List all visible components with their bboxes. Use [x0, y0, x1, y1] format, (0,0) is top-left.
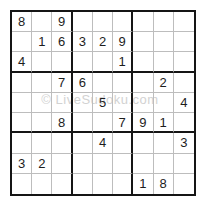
given-digit: 5	[99, 96, 106, 109]
cell-r3c4[interactable]	[73, 52, 93, 72]
given-digit: 8	[160, 177, 167, 190]
cell-r4c7[interactable]	[133, 73, 153, 93]
cell-r2c3[interactable]: 6	[52, 32, 72, 52]
given-digit: 9	[119, 35, 126, 48]
cell-r1c4[interactable]	[73, 12, 93, 32]
cell-r2c5[interactable]: 2	[93, 32, 113, 52]
cell-r1c6[interactable]	[113, 12, 133, 32]
given-digit: 2	[160, 76, 167, 89]
cell-r8c7[interactable]	[133, 154, 153, 174]
cell-r3c2[interactable]	[32, 52, 52, 72]
given-digit: 1	[160, 116, 167, 129]
given-digit: 8	[58, 116, 65, 129]
sudoku-board: 891632941762548791433218	[10, 10, 196, 196]
cell-r1c9[interactable]	[174, 12, 194, 32]
cell-r7c7[interactable]	[133, 133, 153, 153]
cell-r9c6[interactable]	[113, 174, 133, 194]
cell-r7c2[interactable]	[32, 133, 52, 153]
given-digit: 2	[99, 35, 106, 48]
given-digit: 4	[180, 96, 187, 109]
cell-r8c3[interactable]	[52, 154, 72, 174]
cell-r3c5[interactable]	[93, 52, 113, 72]
given-digit: 2	[38, 157, 45, 170]
cell-r9c2[interactable]	[32, 174, 52, 194]
given-digit: 1	[139, 177, 146, 190]
cell-r6c2[interactable]	[32, 113, 52, 133]
cell-r4c8[interactable]: 2	[154, 73, 174, 93]
cell-r2c7[interactable]	[133, 32, 153, 52]
cell-r4c2[interactable]	[32, 73, 52, 93]
cell-r9c5[interactable]	[93, 174, 113, 194]
cell-r1c5[interactable]	[93, 12, 113, 32]
cell-r5c8[interactable]	[154, 93, 174, 113]
cell-r3c3[interactable]	[52, 52, 72, 72]
cell-r7c3[interactable]	[52, 133, 72, 153]
cell-r6c3[interactable]: 8	[52, 113, 72, 133]
cell-r9c1[interactable]	[12, 174, 32, 194]
cell-r9c4[interactable]	[73, 174, 93, 194]
given-digit: 9	[58, 15, 65, 28]
given-digit: 7	[58, 76, 65, 89]
cell-r1c3[interactable]: 9	[52, 12, 72, 32]
cell-r2c2[interactable]: 1	[32, 32, 52, 52]
cell-r3c6[interactable]: 1	[113, 52, 133, 72]
cell-r8c2[interactable]: 2	[32, 154, 52, 174]
cell-r5c3[interactable]	[52, 93, 72, 113]
cell-r1c7[interactable]	[133, 12, 153, 32]
cell-r5c7[interactable]	[133, 93, 153, 113]
cell-r4c6[interactable]	[113, 73, 133, 93]
given-digit: 6	[79, 76, 86, 89]
cell-r8c9[interactable]	[174, 154, 194, 174]
cell-r4c5[interactable]	[93, 73, 113, 93]
cell-r5c1[interactable]	[12, 93, 32, 113]
cell-r6c6[interactable]: 7	[113, 113, 133, 133]
sudoku-puzzle: © LiveSudoku.com 89163294176254879143321…	[0, 0, 200, 200]
given-digit: 3	[18, 157, 25, 170]
given-digit: 4	[99, 136, 106, 149]
cell-r7c4[interactable]	[73, 133, 93, 153]
cell-r5c6[interactable]	[113, 93, 133, 113]
given-digit: 6	[58, 35, 65, 48]
cell-r9c3[interactable]	[52, 174, 72, 194]
cell-r5c4[interactable]	[73, 93, 93, 113]
cell-r6c9[interactable]	[174, 113, 194, 133]
given-digit: 9	[139, 116, 146, 129]
cell-r5c9[interactable]: 4	[174, 93, 194, 113]
cell-r7c9[interactable]: 3	[174, 133, 194, 153]
cell-r2c8[interactable]	[154, 32, 174, 52]
cell-r1c8[interactable]	[154, 12, 174, 32]
cell-r8c5[interactable]	[93, 154, 113, 174]
cell-r4c4[interactable]: 6	[73, 73, 93, 93]
cell-r4c3[interactable]: 7	[52, 73, 72, 93]
cell-r2c9[interactable]	[174, 32, 194, 52]
cell-r7c1[interactable]	[12, 133, 32, 153]
cell-r7c5[interactable]: 4	[93, 133, 113, 153]
given-digit: 1	[38, 35, 45, 48]
cell-r6c1[interactable]	[12, 113, 32, 133]
given-digit: 1	[119, 55, 126, 68]
cell-r9c8[interactable]: 8	[154, 174, 174, 194]
cell-r2c6[interactable]: 9	[113, 32, 133, 52]
cell-r6c4[interactable]	[73, 113, 93, 133]
cell-r6c8[interactable]: 1	[154, 113, 174, 133]
cell-r1c2[interactable]	[32, 12, 52, 32]
cell-r4c1[interactable]	[12, 73, 32, 93]
given-digit: 8	[18, 15, 25, 28]
cell-r6c7[interactable]: 9	[133, 113, 153, 133]
cell-r1c1[interactable]: 8	[12, 12, 32, 32]
cell-r6c5[interactable]	[93, 113, 113, 133]
cell-r4c9[interactable]	[174, 73, 194, 93]
cell-r8c6[interactable]	[113, 154, 133, 174]
cell-r8c4[interactable]	[73, 154, 93, 174]
cell-r7c8[interactable]	[154, 133, 174, 153]
given-digit: 7	[119, 116, 126, 129]
cell-r3c9[interactable]	[174, 52, 194, 72]
given-digit: 3	[180, 136, 187, 149]
cell-r9c7[interactable]: 1	[133, 174, 153, 194]
cell-r5c5[interactable]: 5	[93, 93, 113, 113]
cell-r8c8[interactable]	[154, 154, 174, 174]
cell-r8c1[interactable]: 3	[12, 154, 32, 174]
given-digit: 3	[79, 35, 86, 48]
given-digit: 4	[18, 55, 25, 68]
cell-r2c4[interactable]: 3	[73, 32, 93, 52]
cell-r3c1[interactable]: 4	[12, 52, 32, 72]
cell-r2c1[interactable]	[12, 32, 32, 52]
cell-r3c8[interactable]	[154, 52, 174, 72]
cell-r3c7[interactable]	[133, 52, 153, 72]
cell-r5c2[interactable]	[32, 93, 52, 113]
cell-r9c9[interactable]	[174, 174, 194, 194]
cell-r7c6[interactable]	[113, 133, 133, 153]
